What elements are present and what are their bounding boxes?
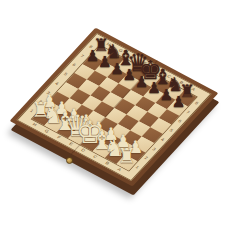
product-photo: HGFEDCBA HGFEDCBA 87654321 87654321 ♜♞♝♛… (0, 0, 240, 240)
chessboard: HGFEDCBA HGFEDCBA 87654321 87654321 (10, 28, 219, 187)
brass-clasp-icon (66, 157, 73, 164)
